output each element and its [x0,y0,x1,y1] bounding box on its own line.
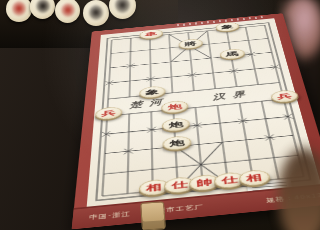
background-piece [83,0,109,26]
piece-glyph: 象 [145,88,159,95]
piece-glyph: 將 [184,40,197,46]
background-piece-mark [89,5,104,20]
piece-red-chariot[interactable]: 車 [139,26,161,39]
piece-black-horse[interactable]: 馬 [218,45,243,59]
background-piece-mark [12,1,27,16]
background-piece-mark [61,3,75,17]
photo-scene: 楚河 汉界 中国·浙江 永康市工艺厂 规格：40x13 車象將馬象兵炮兵炮炮相仕… [0,0,320,230]
piece-black-elephant[interactable]: 象 [214,19,237,32]
board-clasp [140,201,166,230]
piece-glyph: 馬 [225,50,239,56]
piece-glyph: 車 [145,31,157,37]
piece-black-elephant[interactable]: 象 [139,82,163,98]
piece-glyph: 象 [221,24,234,30]
background-piece-mark [36,0,50,13]
background-piece-mark [115,0,130,13]
piece-black-general[interactable]: 將 [178,35,201,48]
